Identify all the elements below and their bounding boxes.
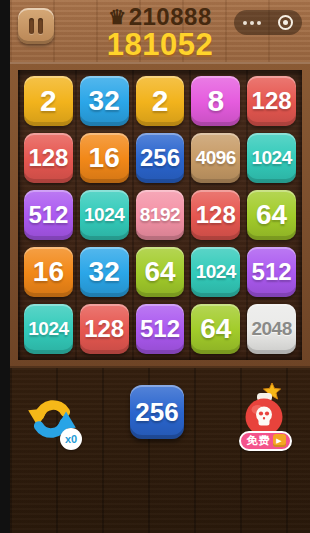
tile-r2c1[interactable]: 128 [24, 133, 73, 183]
tile-r4c2[interactable]: 32 [80, 247, 129, 297]
bomb-skull-icon [241, 382, 289, 438]
bomb-item-button[interactable]: 免费 ▶ [234, 382, 296, 451]
tile-r3c3[interactable]: 8192 [136, 190, 185, 240]
video-ad-icon: ▶ [273, 434, 286, 447]
board-frame: 2322812812816256409610245121024819212864… [10, 62, 310, 368]
tile-r4c1[interactable]: 16 [24, 247, 73, 297]
tile-r1c5[interactable]: 128 [247, 76, 296, 126]
tile-r1c4[interactable]: 8 [191, 76, 240, 126]
tile-r4c5[interactable]: 512 [247, 247, 296, 297]
tile-r2c5[interactable]: 1024 [247, 133, 296, 183]
crown-icon: ♛ [108, 6, 126, 28]
top-bar: ♛210888 181052 [10, 0, 310, 62]
tile-r2c3[interactable]: 256 [136, 133, 185, 183]
tile-r2c2[interactable]: 16 [80, 133, 129, 183]
tile-r1c1[interactable]: 2 [24, 76, 73, 126]
system-capsule[interactable] [234, 10, 302, 35]
tile-r5c1[interactable]: 1024 [24, 304, 73, 354]
swap-count-badge: x0 [60, 428, 82, 450]
free-badge-label: 免费 [247, 434, 271, 446]
tile-r5c3[interactable]: 512 [136, 304, 185, 354]
tile-r1c2[interactable]: 32 [80, 76, 129, 126]
free-badge: 免费 ▶ [239, 431, 292, 451]
more-dots-icon[interactable] [243, 21, 261, 25]
tile-r4c3[interactable]: 64 [136, 247, 185, 297]
board-grid: 2322812812816256409610245121024819212864… [18, 70, 302, 360]
swap-button[interactable]: x0 [24, 390, 80, 450]
tile-r5c2[interactable]: 128 [80, 304, 129, 354]
tile-r5c4[interactable]: 64 [191, 304, 240, 354]
tile-r5c5[interactable]: 2048 [247, 304, 296, 354]
bottom-toolbar: x0 256 免费 ▶ [10, 368, 310, 533]
next-tile[interactable]: 256 [130, 385, 184, 439]
game-screen: ♛210888 181052 2322812812816256409610245… [10, 0, 310, 533]
tile-r3c1[interactable]: 512 [24, 190, 73, 240]
tile-r3c4[interactable]: 128 [191, 190, 240, 240]
best-score-value: 210888 [129, 3, 212, 30]
tile-r4c4[interactable]: 1024 [191, 247, 240, 297]
tile-r3c5[interactable]: 64 [247, 190, 296, 240]
tile-r2c4[interactable]: 4096 [191, 133, 240, 183]
record-circle-icon[interactable] [278, 15, 293, 30]
tile-r1c3[interactable]: 2 [136, 76, 185, 126]
tile-r3c2[interactable]: 1024 [80, 190, 129, 240]
